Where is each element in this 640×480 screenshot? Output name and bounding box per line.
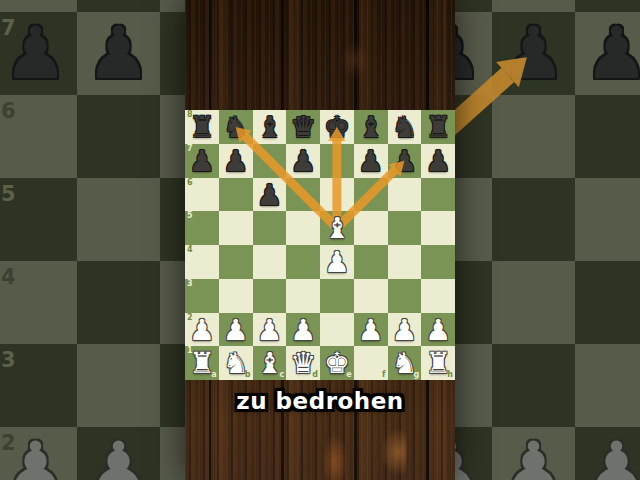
bg-rank-label-6: 6 [1, 99, 16, 123]
chess-board[interactable]: 1a2345678bcdefgh♜♞♝♛♚♝♞♜♟♟♟♟♟♟♟♝♟♟♟♟♟♟♟♟… [185, 110, 455, 380]
bg-square-h8 [575, 0, 640, 12]
piece-white-bishop-e5[interactable]: ♝ [320, 211, 354, 245]
bg-square-g5 [492, 178, 575, 261]
bg-square-a7: 7 [0, 12, 77, 95]
bg-square-h3 [575, 344, 640, 427]
bg-square-b3 [77, 344, 160, 427]
arrow-head-e5-e8 [328, 127, 345, 141]
bg-square-h7 [575, 12, 640, 95]
video-strip: 1a2345678bcdefgh♜♞♝♛♚♝♞♜♟♟♟♟♟♟♟♝♟♟♟♟♟♟♟♟… [185, 0, 455, 480]
caption-text: zu bedrohen [236, 388, 403, 414]
bg-rank-label-5: 5 [1, 182, 16, 206]
bg-square-h5 [575, 178, 640, 261]
bg-square-a5: 5 [0, 178, 77, 261]
bg-rank-label-4: 4 [1, 265, 16, 289]
video-frame: 234567♜♞♝♞♜♟♟♟♟♟♟♟♟♟♟ 1a2345678bcdefgh♜♞… [0, 0, 640, 480]
bg-square-g3 [492, 344, 575, 427]
bg-square-b5 [77, 178, 160, 261]
bg-rank-label-3: 3 [1, 348, 16, 372]
bg-square-b7 [77, 12, 160, 95]
bg-square-a2: 2 [0, 427, 77, 480]
bg-square-b4 [77, 261, 160, 344]
bg-square-g2 [492, 427, 575, 480]
arrows-overlay [185, 110, 455, 380]
bg-square-b6 [77, 95, 160, 178]
bg-square-a8 [0, 0, 77, 12]
bg-square-b8 [77, 0, 160, 12]
bg-square-h4 [575, 261, 640, 344]
bg-square-h2 [575, 427, 640, 480]
bg-square-a3: 3 [0, 344, 77, 427]
bg-square-a4: 4 [0, 261, 77, 344]
bg-rank-label-2: 2 [1, 431, 16, 455]
bg-square-g6 [492, 95, 575, 178]
bg-rank-label-7: 7 [1, 16, 16, 40]
caption: zu bedrohen [185, 388, 455, 414]
bg-square-g8 [492, 0, 575, 12]
bg-square-g4 [492, 261, 575, 344]
bg-square-a6: 6 [0, 95, 77, 178]
bg-square-b2 [77, 427, 160, 480]
bg-square-h6 [575, 95, 640, 178]
